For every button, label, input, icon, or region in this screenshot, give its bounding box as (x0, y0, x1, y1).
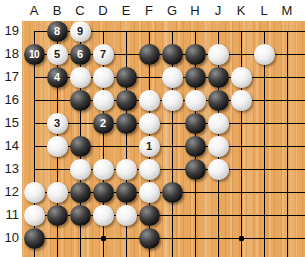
stone-A10[interactable] (24, 228, 45, 249)
stone-C13[interactable] (70, 159, 91, 180)
stone-F11[interactable] (139, 205, 160, 226)
stone-F14[interactable]: 1 (139, 136, 160, 157)
stone-E12[interactable] (116, 182, 137, 203)
stone-C14[interactable] (70, 136, 91, 157)
stone-E16[interactable] (116, 90, 137, 111)
stone-C12[interactable] (70, 182, 91, 203)
stone-D16[interactable] (93, 90, 114, 111)
stone-G12[interactable] (162, 182, 183, 203)
stone-G16[interactable] (162, 90, 183, 111)
stone-H14[interactable] (185, 136, 206, 157)
stone-D12[interactable] (93, 182, 114, 203)
stone-L18[interactable] (254, 44, 275, 65)
stone-B18[interactable]: 5 (47, 44, 68, 65)
stone-H15[interactable] (185, 113, 206, 134)
stone-F15[interactable] (139, 113, 160, 134)
stone-E13[interactable] (116, 159, 137, 180)
stone-J17[interactable] (208, 67, 229, 88)
stone-D15[interactable]: 2 (93, 113, 114, 134)
stone-B14[interactable] (47, 136, 68, 157)
stone-H17[interactable] (185, 67, 206, 88)
stone-D11[interactable] (93, 205, 114, 226)
stone-C16[interactable] (70, 90, 91, 111)
stone-C17[interactable] (70, 67, 91, 88)
stone-H16[interactable] (185, 90, 206, 111)
stone-H18[interactable] (185, 44, 206, 65)
stone-G17[interactable] (162, 67, 183, 88)
stone-F10[interactable] (139, 228, 160, 249)
stone-H13[interactable] (185, 159, 206, 180)
stone-F18[interactable] (139, 44, 160, 65)
stone-A11[interactable] (24, 205, 45, 226)
stone-B15[interactable]: 3 (47, 113, 68, 134)
stone-E17[interactable] (116, 67, 137, 88)
go-diagram: ABCDEFGHJKLM19181716151413121110 8910567… (0, 0, 305, 257)
stone-D17[interactable] (93, 67, 114, 88)
stone-B12[interactable] (47, 182, 68, 203)
stone-E11[interactable] (116, 205, 137, 226)
stone-A18[interactable]: 10 (24, 44, 45, 65)
stone-B11[interactable] (47, 205, 68, 226)
stone-D18[interactable]: 7 (93, 44, 114, 65)
stone-E15[interactable] (116, 113, 137, 134)
stone-B19[interactable]: 8 (47, 21, 68, 42)
stone-G18[interactable] (162, 44, 183, 65)
stone-B17[interactable]: 4 (47, 67, 68, 88)
stone-K17[interactable] (231, 67, 252, 88)
stone-F12[interactable] (139, 182, 160, 203)
stone-J18[interactable] (208, 44, 229, 65)
stone-K16[interactable] (231, 90, 252, 111)
stone-F13[interactable] (139, 159, 160, 180)
stone-A12[interactable] (24, 182, 45, 203)
stone-C18[interactable]: 6 (70, 44, 91, 65)
stone-J15[interactable] (208, 113, 229, 134)
stone-J16[interactable] (208, 90, 229, 111)
stone-C19[interactable]: 9 (70, 21, 91, 42)
stone-F16[interactable] (139, 90, 160, 111)
stone-J14[interactable] (208, 136, 229, 157)
stone-D13[interactable] (93, 159, 114, 180)
stones-layer: 89105674321 (0, 0, 305, 257)
stone-C11[interactable] (70, 205, 91, 226)
stone-J13[interactable] (208, 159, 229, 180)
